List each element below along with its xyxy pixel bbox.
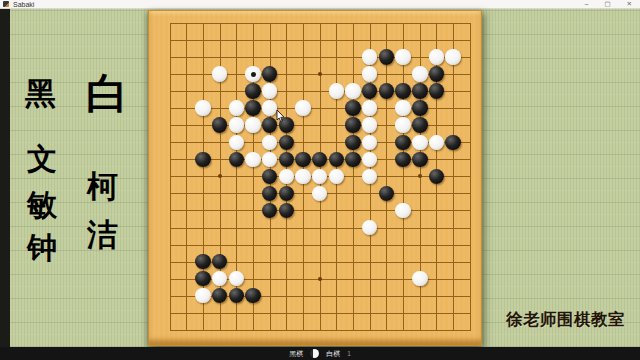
grid-line-vertical bbox=[470, 23, 471, 330]
stone-black bbox=[262, 66, 278, 82]
black-player-name-char-2: 敏 bbox=[27, 190, 57, 220]
stone-black bbox=[279, 203, 295, 219]
white-player-name-char-1: 柯 bbox=[87, 171, 118, 202]
stone-white bbox=[362, 220, 378, 236]
stone-black bbox=[245, 288, 261, 304]
stone-black bbox=[212, 117, 228, 133]
stone-black bbox=[212, 288, 228, 304]
black-player-label: 黑 bbox=[25, 78, 56, 109]
stone-black bbox=[345, 152, 361, 168]
stone-white bbox=[429, 49, 445, 65]
stone-white bbox=[362, 135, 378, 151]
stone-black bbox=[279, 135, 295, 151]
stone-black bbox=[395, 83, 411, 99]
app-icon bbox=[3, 1, 9, 7]
stone-white bbox=[279, 169, 295, 185]
stone-white bbox=[262, 83, 278, 99]
stone-black bbox=[245, 83, 261, 99]
stone-white bbox=[229, 100, 245, 116]
stone-white bbox=[362, 49, 378, 65]
grid-line-vertical bbox=[403, 23, 404, 330]
mouse-cursor bbox=[276, 110, 285, 122]
stone-white bbox=[245, 152, 261, 168]
minimize-icon[interactable]: – bbox=[585, 0, 589, 8]
stone-black bbox=[195, 271, 211, 287]
go-board[interactable] bbox=[148, 10, 482, 346]
stone-white bbox=[412, 66, 428, 82]
title-bar: Sabaki – ▢ ✕ bbox=[0, 0, 640, 9]
left-dark-strip bbox=[0, 9, 10, 347]
stone-black bbox=[445, 135, 461, 151]
stone-black bbox=[395, 135, 411, 151]
black-turn-label[interactable]: 黑棋 bbox=[289, 350, 303, 358]
stone-black bbox=[329, 152, 345, 168]
stone-white bbox=[362, 100, 378, 116]
main-area: 黑 文 敏 钟 白 柯 洁 徐老师围棋教室 bbox=[0, 9, 640, 347]
stone-white bbox=[329, 83, 345, 99]
stone-white bbox=[362, 152, 378, 168]
star-point bbox=[418, 174, 422, 178]
stone-black bbox=[345, 135, 361, 151]
white-player-name-char-2: 洁 bbox=[87, 219, 118, 250]
stone-black bbox=[429, 83, 445, 99]
stone-white bbox=[212, 66, 228, 82]
stone-black bbox=[262, 169, 278, 185]
window-controls: – ▢ ✕ bbox=[585, 0, 640, 8]
stone-black bbox=[312, 152, 328, 168]
stone-black bbox=[195, 254, 211, 270]
stone-black bbox=[245, 100, 261, 116]
stone-white bbox=[262, 135, 278, 151]
star-point bbox=[318, 72, 322, 76]
grid-line-vertical bbox=[353, 23, 354, 330]
stone-white bbox=[195, 288, 211, 304]
move-counter: 1 bbox=[347, 350, 351, 357]
stone-white bbox=[362, 117, 378, 133]
stone-white bbox=[445, 49, 461, 65]
stone-black bbox=[229, 288, 245, 304]
stone-white bbox=[429, 135, 445, 151]
stone-white bbox=[262, 152, 278, 168]
grid-line-horizontal bbox=[170, 245, 471, 246]
grid-line-horizontal bbox=[170, 228, 471, 229]
stone-black bbox=[295, 152, 311, 168]
stone-white bbox=[395, 100, 411, 116]
stone-white bbox=[245, 117, 261, 133]
stone-black bbox=[279, 186, 295, 202]
stone-black bbox=[279, 152, 295, 168]
stone-black bbox=[379, 49, 395, 65]
stone-white bbox=[229, 135, 245, 151]
stone-black bbox=[212, 254, 228, 270]
studio-watermark: 徐老师围棋教室 bbox=[506, 309, 625, 331]
stone-white bbox=[312, 169, 328, 185]
stone-black bbox=[429, 169, 445, 185]
grid-line-horizontal bbox=[170, 330, 471, 331]
stone-white bbox=[395, 49, 411, 65]
white-player-label: 白 bbox=[86, 73, 128, 115]
stone-black bbox=[262, 203, 278, 219]
stone-white bbox=[295, 100, 311, 116]
stone-white bbox=[412, 135, 428, 151]
stone-white bbox=[362, 66, 378, 82]
grid-line-horizontal bbox=[170, 313, 471, 314]
stone-black bbox=[379, 186, 395, 202]
star-point bbox=[218, 174, 222, 178]
app-window: Sabaki – ▢ ✕ 黑 文 敏 钟 白 柯 洁 徐老师围棋教室 黑棋 白棋… bbox=[0, 0, 640, 360]
stone-white bbox=[312, 186, 328, 202]
stone-black bbox=[412, 100, 428, 116]
stone-black bbox=[412, 83, 428, 99]
grid-line-horizontal bbox=[170, 210, 471, 211]
stone-white bbox=[329, 169, 345, 185]
bottom-bar: 黑棋 白棋 1 bbox=[0, 347, 640, 360]
stone-black bbox=[412, 117, 428, 133]
stone-black bbox=[379, 83, 395, 99]
stone-black bbox=[395, 152, 411, 168]
stone-black bbox=[195, 152, 211, 168]
turn-toggle-stone-icon[interactable] bbox=[310, 349, 319, 358]
stone-white bbox=[212, 271, 228, 287]
stone-white bbox=[395, 203, 411, 219]
close-icon[interactable]: ✕ bbox=[627, 0, 632, 8]
stone-white bbox=[345, 83, 361, 99]
black-player-name-char-1: 文 bbox=[27, 144, 57, 174]
stone-black bbox=[362, 83, 378, 99]
stone-black bbox=[262, 186, 278, 202]
stone-white bbox=[195, 100, 211, 116]
white-turn-label[interactable]: 白棋 bbox=[326, 350, 340, 358]
star-point bbox=[318, 277, 322, 281]
grid-line-vertical bbox=[386, 23, 387, 330]
stone-white bbox=[412, 271, 428, 287]
stone-black bbox=[345, 100, 361, 116]
stone-black bbox=[345, 117, 361, 133]
stone-white bbox=[295, 169, 311, 185]
stone-black bbox=[229, 152, 245, 168]
black-player-name-char-3: 钟 bbox=[27, 233, 57, 263]
stone-white bbox=[362, 169, 378, 185]
stone-black bbox=[412, 152, 428, 168]
stone-white bbox=[229, 117, 245, 133]
grid-line-vertical bbox=[453, 23, 454, 330]
maximize-icon[interactable]: ▢ bbox=[604, 0, 610, 8]
stone-white bbox=[229, 271, 245, 287]
last-move-marker bbox=[251, 72, 256, 77]
window-title: Sabaki bbox=[13, 1, 34, 8]
stone-white bbox=[395, 117, 411, 133]
stone-black bbox=[429, 66, 445, 82]
